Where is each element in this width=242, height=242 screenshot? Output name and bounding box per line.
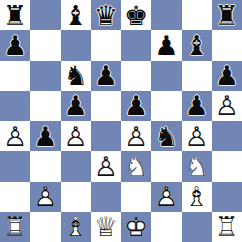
square-b4[interactable]: ♟ [30, 121, 60, 151]
white-bishop-icon[interactable]: ♝♗ [61, 212, 91, 242]
square-f8[interactable] [151, 0, 181, 30]
square-a3[interactable] [0, 151, 30, 181]
black-knight-icon[interactable]: ♞ [151, 121, 181, 151]
square-c4[interactable]: ♟♙ [61, 121, 91, 151]
black-pawn-glyph: ♟ [182, 91, 212, 121]
square-a7[interactable]: ♟ [0, 30, 30, 60]
square-b1[interactable] [30, 212, 60, 242]
black-pawn-glyph: ♟ [121, 91, 151, 121]
white-knight-icon[interactable]: ♞♘ [121, 151, 151, 181]
black-bishop-glyph: ♝ [182, 30, 212, 60]
square-e5[interactable]: ♟ [121, 91, 151, 121]
black-knight-glyph: ♞ [151, 121, 181, 151]
square-b8[interactable] [30, 0, 60, 30]
white-pawn-outline: ♙ [182, 121, 212, 151]
square-c2[interactable] [61, 182, 91, 212]
square-e7[interactable] [121, 30, 151, 60]
square-e4[interactable]: ♟♙ [121, 121, 151, 151]
square-b5[interactable] [30, 91, 60, 121]
square-f3[interactable] [151, 151, 181, 181]
square-d3[interactable]: ♟♙ [91, 151, 121, 181]
black-pawn-icon[interactable]: ♟ [61, 91, 91, 121]
black-pawn-icon[interactable]: ♟ [151, 30, 181, 60]
white-pawn-outline: ♙ [121, 121, 151, 151]
square-g3[interactable]: ♞♘ [182, 151, 212, 181]
black-pawn-glyph: ♟ [0, 30, 30, 60]
white-bishop-outline: ♗ [61, 212, 91, 242]
black-bishop-glyph: ♝ [61, 0, 91, 30]
square-f1[interactable] [151, 212, 181, 242]
white-pawn-outline: ♙ [91, 151, 121, 181]
square-e1[interactable]: ♚♔ [121, 212, 151, 242]
white-pawn-icon[interactable]: ♟♙ [121, 121, 151, 151]
black-rook-glyph: ♜ [212, 0, 242, 30]
square-e6[interactable] [121, 61, 151, 91]
square-g4[interactable]: ♟♙ [182, 121, 212, 151]
black-rook-icon[interactable]: ♜ [0, 0, 30, 30]
square-c7[interactable] [61, 30, 91, 60]
white-pawn-icon[interactable]: ♟♙ [182, 121, 212, 151]
white-pawn-icon[interactable]: ♟♙ [0, 121, 30, 151]
white-pawn-icon[interactable]: ♟♙ [61, 121, 91, 151]
black-queen-glyph: ♛ [91, 0, 121, 30]
white-pawn-outline: ♙ [61, 121, 91, 151]
square-h2[interactable] [212, 182, 242, 212]
black-pawn-glyph: ♟ [61, 91, 91, 121]
square-e2[interactable] [121, 182, 151, 212]
white-rook-icon[interactable]: ♜♖ [212, 212, 242, 242]
square-a4[interactable]: ♟♙ [0, 121, 30, 151]
square-h6[interactable]: ♟ [212, 61, 242, 91]
square-g8[interactable] [182, 0, 212, 30]
square-d6[interactable]: ♟ [91, 61, 121, 91]
black-pawn-glyph: ♟ [91, 61, 121, 91]
square-f6[interactable] [151, 61, 181, 91]
square-a6[interactable] [0, 61, 30, 91]
square-e3[interactable]: ♞♘ [121, 151, 151, 181]
square-a1[interactable]: ♜♖ [0, 212, 30, 242]
white-pawn-outline: ♙ [30, 182, 60, 212]
square-b2[interactable]: ♟♙ [30, 182, 60, 212]
black-queen-icon[interactable]: ♛ [91, 0, 121, 30]
white-pawn-outline: ♙ [151, 182, 181, 212]
chess-board: ♜♝♛♚♜♟♟♝♞♟♟♟♟♟♟♙♟♙♟♟♙♟♙♞♟♙♟♙♞♘♞♘♟♙♟♙♝♗♜♖… [0, 0, 242, 242]
white-knight-outline: ♘ [182, 151, 212, 181]
black-pawn-icon[interactable]: ♟ [121, 91, 151, 121]
black-pawn-icon[interactable]: ♟ [91, 61, 121, 91]
black-pawn-icon[interactable]: ♟ [30, 121, 60, 151]
square-b6[interactable] [30, 61, 60, 91]
black-bishop-icon[interactable]: ♝ [182, 30, 212, 60]
square-h1[interactable]: ♜♖ [212, 212, 242, 242]
square-c8[interactable]: ♝ [61, 0, 91, 30]
black-rook-icon[interactable]: ♜ [212, 0, 242, 30]
square-g7[interactable]: ♝ [182, 30, 212, 60]
square-d8[interactable]: ♛ [91, 0, 121, 30]
black-king-glyph: ♚ [121, 0, 151, 30]
white-pawn-icon[interactable]: ♟♙ [151, 182, 181, 212]
square-d4[interactable] [91, 121, 121, 151]
square-d5[interactable] [91, 91, 121, 121]
square-f7[interactable]: ♟ [151, 30, 181, 60]
square-f5[interactable] [151, 91, 181, 121]
square-h5[interactable]: ♟♙ [212, 91, 242, 121]
square-h7[interactable] [212, 30, 242, 60]
black-knight-glyph: ♞ [61, 61, 91, 91]
white-rook-outline: ♖ [0, 212, 30, 242]
square-b3[interactable] [30, 151, 60, 181]
square-c1[interactable]: ♝♗ [61, 212, 91, 242]
square-h8[interactable]: ♜ [212, 0, 242, 30]
black-pawn-icon[interactable]: ♟ [182, 91, 212, 121]
square-g1[interactable] [182, 212, 212, 242]
black-pawn-glyph: ♟ [30, 121, 60, 151]
white-rook-icon[interactable]: ♜♖ [0, 212, 30, 242]
white-bishop-icon[interactable]: ♝♗ [182, 182, 212, 212]
black-king-icon[interactable]: ♚ [121, 0, 151, 30]
white-pawn-icon[interactable]: ♟♙ [212, 91, 242, 121]
black-knight-icon[interactable]: ♞ [61, 61, 91, 91]
square-b7[interactable] [30, 30, 60, 60]
square-g2[interactable]: ♝♗ [182, 182, 212, 212]
white-pawn-outline: ♙ [0, 121, 30, 151]
square-a2[interactable] [0, 182, 30, 212]
white-rook-outline: ♖ [212, 212, 242, 242]
black-pawn-icon[interactable]: ♟ [0, 30, 30, 60]
white-queen-icon[interactable]: ♛♕ [91, 212, 121, 242]
white-queen-outline: ♕ [91, 212, 121, 242]
white-pawn-outline: ♙ [212, 91, 242, 121]
white-king-icon[interactable]: ♚♔ [121, 212, 151, 242]
square-g5[interactable]: ♟ [182, 91, 212, 121]
square-g6[interactable] [182, 61, 212, 91]
square-f4[interactable]: ♞ [151, 121, 181, 151]
black-pawn-icon[interactable]: ♟ [212, 61, 242, 91]
square-c6[interactable]: ♞ [61, 61, 91, 91]
square-d2[interactable] [91, 182, 121, 212]
black-pawn-glyph: ♟ [151, 30, 181, 60]
white-pawn-icon[interactable]: ♟♙ [30, 182, 60, 212]
white-knight-outline: ♘ [121, 151, 151, 181]
square-c3[interactable] [61, 151, 91, 181]
black-bishop-icon[interactable]: ♝ [61, 0, 91, 30]
white-bishop-outline: ♗ [182, 182, 212, 212]
square-h3[interactable] [212, 151, 242, 181]
black-pawn-glyph: ♟ [212, 61, 242, 91]
square-c5[interactable]: ♟ [61, 91, 91, 121]
square-f2[interactable]: ♟♙ [151, 182, 181, 212]
black-rook-glyph: ♜ [0, 0, 30, 30]
square-d1[interactable]: ♛♕ [91, 212, 121, 242]
square-e8[interactable]: ♚ [121, 0, 151, 30]
square-h4[interactable] [212, 121, 242, 151]
white-king-outline: ♔ [121, 212, 151, 242]
square-a8[interactable]: ♜ [0, 0, 30, 30]
white-pawn-icon[interactable]: ♟♙ [91, 151, 121, 181]
square-d7[interactable] [91, 30, 121, 60]
square-a5[interactable] [0, 91, 30, 121]
white-knight-icon[interactable]: ♞♘ [182, 151, 212, 181]
